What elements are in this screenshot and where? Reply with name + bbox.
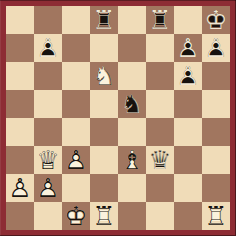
piece-fill-glyph: ♜ xyxy=(202,202,230,230)
square-h3[interactable] xyxy=(202,146,230,174)
square-f6[interactable] xyxy=(146,62,174,90)
square-b6[interactable] xyxy=(34,62,62,90)
square-e8[interactable] xyxy=(118,6,146,34)
square-b1[interactable] xyxy=(34,202,62,230)
square-f1[interactable] xyxy=(146,202,174,230)
black-pawn-b7: ♟♙ xyxy=(34,34,62,62)
black-queen-f3: ♛♕ xyxy=(146,146,174,174)
piece-fill-glyph: ♟ xyxy=(174,62,202,90)
square-f5[interactable] xyxy=(146,90,174,118)
black-king-h8: ♚♔ xyxy=(202,6,230,34)
square-h5[interactable] xyxy=(202,90,230,118)
square-c4[interactable] xyxy=(62,118,90,146)
piece-outline-glyph: ♗ xyxy=(118,146,146,174)
piece-outline-glyph: ♙ xyxy=(202,34,230,62)
square-d1[interactable]: ♜♖ xyxy=(90,202,118,230)
square-g2[interactable] xyxy=(174,174,202,202)
piece-outline-glyph: ♖ xyxy=(202,202,230,230)
piece-outline-glyph: ♘ xyxy=(118,90,146,118)
white-bishop-e3: ♝♗ xyxy=(118,146,146,174)
square-e7[interactable] xyxy=(118,34,146,62)
square-d3[interactable] xyxy=(90,146,118,174)
piece-outline-glyph: ♙ xyxy=(174,34,202,62)
square-c7[interactable] xyxy=(62,34,90,62)
square-e1[interactable] xyxy=(118,202,146,230)
square-a2[interactable]: ♟♙ xyxy=(6,174,34,202)
square-f4[interactable] xyxy=(146,118,174,146)
piece-outline-glyph: ♕ xyxy=(34,146,62,174)
square-c5[interactable] xyxy=(62,90,90,118)
chess-board-frame: ♜♖♜♖♚♔♟♙♟♙♟♙♞♘♟♙♞♘♛♕♟♙♝♗♛♕♟♙♟♙♚♔♜♖♜♖ xyxy=(0,0,236,236)
black-pawn-g7: ♟♙ xyxy=(174,34,202,62)
square-e6[interactable] xyxy=(118,62,146,90)
square-g4[interactable] xyxy=(174,118,202,146)
white-pawn-c3: ♟♙ xyxy=(62,146,90,174)
piece-fill-glyph: ♛ xyxy=(146,146,174,174)
square-g7[interactable]: ♟♙ xyxy=(174,34,202,62)
piece-outline-glyph: ♖ xyxy=(90,6,118,34)
piece-fill-glyph: ♜ xyxy=(90,6,118,34)
square-a6[interactable] xyxy=(6,62,34,90)
square-a1[interactable] xyxy=(6,202,34,230)
white-king-c1: ♚♔ xyxy=(62,202,90,230)
white-rook-h1: ♜♖ xyxy=(202,202,230,230)
square-e2[interactable] xyxy=(118,174,146,202)
chess-board: ♜♖♜♖♚♔♟♙♟♙♟♙♞♘♟♙♞♘♛♕♟♙♝♗♛♕♟♙♟♙♚♔♜♖♜♖ xyxy=(6,6,230,230)
piece-outline-glyph: ♖ xyxy=(90,202,118,230)
piece-fill-glyph: ♟ xyxy=(174,34,202,62)
white-knight-d6: ♞♘ xyxy=(90,62,118,90)
square-h4[interactable] xyxy=(202,118,230,146)
piece-outline-glyph: ♙ xyxy=(6,174,34,202)
square-d5[interactable] xyxy=(90,90,118,118)
square-h8[interactable]: ♚♔ xyxy=(202,6,230,34)
square-a8[interactable] xyxy=(6,6,34,34)
square-a3[interactable] xyxy=(6,146,34,174)
square-a4[interactable] xyxy=(6,118,34,146)
square-b8[interactable] xyxy=(34,6,62,34)
white-queen-b3: ♛♕ xyxy=(34,146,62,174)
piece-outline-glyph: ♔ xyxy=(202,6,230,34)
square-a5[interactable] xyxy=(6,90,34,118)
square-e4[interactable] xyxy=(118,118,146,146)
square-h2[interactable] xyxy=(202,174,230,202)
piece-outline-glyph: ♙ xyxy=(34,34,62,62)
square-f2[interactable] xyxy=(146,174,174,202)
square-d6[interactable]: ♞♘ xyxy=(90,62,118,90)
black-pawn-g6: ♟♙ xyxy=(174,62,202,90)
piece-fill-glyph: ♛ xyxy=(34,146,62,174)
piece-fill-glyph: ♞ xyxy=(90,62,118,90)
piece-outline-glyph: ♙ xyxy=(34,174,62,202)
square-b7[interactable]: ♟♙ xyxy=(34,34,62,62)
black-rook-d8: ♜♖ xyxy=(90,6,118,34)
square-d4[interactable] xyxy=(90,118,118,146)
square-h1[interactable]: ♜♖ xyxy=(202,202,230,230)
square-c2[interactable] xyxy=(62,174,90,202)
square-f8[interactable]: ♜♖ xyxy=(146,6,174,34)
square-h6[interactable] xyxy=(202,62,230,90)
piece-fill-glyph: ♟ xyxy=(202,34,230,62)
square-e3[interactable]: ♝♗ xyxy=(118,146,146,174)
square-f7[interactable] xyxy=(146,34,174,62)
piece-fill-glyph: ♟ xyxy=(62,146,90,174)
square-g6[interactable]: ♟♙ xyxy=(174,62,202,90)
white-pawn-a2: ♟♙ xyxy=(6,174,34,202)
square-g3[interactable] xyxy=(174,146,202,174)
square-f3[interactable]: ♛♕ xyxy=(146,146,174,174)
square-b4[interactable] xyxy=(34,118,62,146)
piece-fill-glyph: ♜ xyxy=(90,202,118,230)
square-d2[interactable] xyxy=(90,174,118,202)
piece-fill-glyph: ♜ xyxy=(146,6,174,34)
square-g1[interactable] xyxy=(174,202,202,230)
piece-fill-glyph: ♝ xyxy=(118,146,146,174)
square-g8[interactable] xyxy=(174,6,202,34)
piece-fill-glyph: ♟ xyxy=(34,174,62,202)
piece-outline-glyph: ♙ xyxy=(62,146,90,174)
white-rook-d1: ♜♖ xyxy=(90,202,118,230)
square-c8[interactable] xyxy=(62,6,90,34)
piece-outline-glyph: ♖ xyxy=(146,6,174,34)
square-c1[interactable]: ♚♔ xyxy=(62,202,90,230)
piece-fill-glyph: ♚ xyxy=(62,202,90,230)
piece-outline-glyph: ♕ xyxy=(146,146,174,174)
square-g5[interactable] xyxy=(174,90,202,118)
square-a7[interactable] xyxy=(6,34,34,62)
piece-fill-glyph: ♟ xyxy=(6,174,34,202)
black-knight-e5: ♞♘ xyxy=(118,90,146,118)
piece-outline-glyph: ♙ xyxy=(174,62,202,90)
square-h7[interactable]: ♟♙ xyxy=(202,34,230,62)
piece-fill-glyph: ♞ xyxy=(118,90,146,118)
black-rook-f8: ♜♖ xyxy=(146,6,174,34)
square-c6[interactable] xyxy=(62,62,90,90)
piece-fill-glyph: ♚ xyxy=(202,6,230,34)
square-d7[interactable] xyxy=(90,34,118,62)
square-d8[interactable]: ♜♖ xyxy=(90,6,118,34)
square-b3[interactable]: ♛♕ xyxy=(34,146,62,174)
square-b5[interactable] xyxy=(34,90,62,118)
square-e5[interactable]: ♞♘ xyxy=(118,90,146,118)
square-c3[interactable]: ♟♙ xyxy=(62,146,90,174)
piece-outline-glyph: ♔ xyxy=(62,202,90,230)
white-pawn-b2: ♟♙ xyxy=(34,174,62,202)
square-b2[interactable]: ♟♙ xyxy=(34,174,62,202)
piece-fill-glyph: ♟ xyxy=(34,34,62,62)
black-pawn-h7: ♟♙ xyxy=(202,34,230,62)
piece-outline-glyph: ♘ xyxy=(90,62,118,90)
